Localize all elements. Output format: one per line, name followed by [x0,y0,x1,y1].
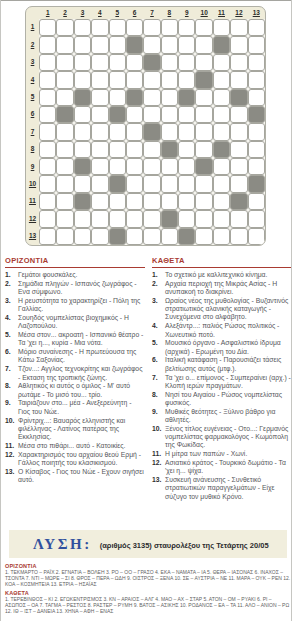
grid-cell[interactable] [230,158,247,175]
row-label: 9 [31,164,35,171]
across-list: 1.Γεμάτοι φουσκάλες.2.Σημάδια πληγών - Ι… [5,271,145,484]
col-label: 2 [63,10,67,17]
grid-cell[interactable] [195,36,212,53]
grid-cell[interactable] [91,89,108,106]
clue-number: 6. [152,356,165,373]
clue-text: Μουσικό όργανο - Ασφαλιστικό ίδρυμα (αρχ… [165,339,292,356]
clue-number: 2. [152,280,165,297]
grid-cell[interactable] [91,36,108,53]
grid-cell[interactable] [195,123,212,140]
grid-cell[interactable] [56,71,73,88]
clue-text: Ο Κίσαβος - Γιος του Νώε - Εχουν σιγήσει… [18,468,145,485]
grid-cell[interactable] [195,141,212,158]
block-cell [248,175,265,192]
grid-cell[interactable] [39,71,56,88]
grid-cell[interactable] [178,36,195,53]
grid-cell[interactable] [213,123,230,140]
grid-cell[interactable] [230,141,247,158]
grid-cell[interactable] [213,193,230,210]
block-cell [213,141,230,158]
grid-cell[interactable] [178,210,195,227]
grid-cell[interactable] [56,54,73,71]
grid-cell[interactable] [143,158,160,175]
col-label: 11 [218,10,225,17]
grid-cell[interactable] [161,123,178,140]
grid-cell[interactable] [74,19,91,36]
block-cell [143,123,160,140]
clue-number: 7. [5,365,18,382]
grid-cell[interactable] [230,175,247,192]
grid-cell[interactable] [195,19,212,36]
col-label: 13 [253,10,260,17]
col-label: 6 [133,10,137,17]
clue-text: Ασιατικό κράτος - Τουρκικό δωμάτιο - Τα … [165,459,292,476]
solution-down-text: 1. ΤΕΡΕΒΙΝΘΟΣ – ΚΙ 2. ΕΓΩΚΕΝΤΡΙΣΜΟΣ 3. Κ… [5,597,291,615]
clue-number: 13. [152,476,165,501]
grid-cell[interactable] [56,158,73,175]
row-label: 13 [29,233,36,240]
clue-number: 5. [5,331,18,348]
grid-cell[interactable] [39,141,56,158]
clue-item: 8.Νησί του Αιγαίου - Ρώσος νομπελίστας φ… [152,391,292,408]
row-label: 11 [29,198,36,205]
block-cell [161,210,178,227]
grid-cell[interactable] [74,54,91,71]
grid-cell[interactable] [230,54,247,71]
clue-text: Μέσα στον... ακροατή - Ισπανικό θέατρο -… [18,331,145,348]
grid-cell[interactable] [126,71,143,88]
grid-cell[interactable] [230,228,247,245]
row-labels: 12345678910111213 [26,19,39,245]
clue-text: Η ρευστότητα το χαρακτηρίζει - Πόλη της … [18,297,145,314]
block-cell [126,89,143,106]
clue-text: Μόριο συναίνεσης - Η πρωτεύουσα της Κάτω… [18,348,145,365]
grid-cell[interactable] [213,175,230,192]
grid-cell[interactable] [56,141,73,158]
clue-number: 4. [5,314,18,331]
clue-text: Αλεξάντρ...: παλιός Ρώσος πολιτικός - Χω… [165,322,292,339]
crossword-board: 12345678910111213 12345678910111213 [25,6,266,246]
grid-cell[interactable] [195,228,212,245]
col-label: 4 [98,10,102,17]
clue-text: Ξένος τίτλος ευγένειας - Οτο...: Γερμανό… [165,425,292,450]
clue-number: 3. [5,297,18,314]
clue-number: 12. [5,451,18,468]
clue-text: Αθλητικός κι αυτός ο όμιλος - Μ' αυτό ρω… [18,382,145,399]
clue-number: 10. [5,417,18,442]
grid-cell[interactable] [74,71,91,88]
board-corner [26,7,39,19]
clue-item: 10.Ξένος τίτλος ευγένειας - Οτο...: Γερμ… [152,425,292,450]
clue-item: 1.Το σχετικό με καλλιτεχνικό κίνημα. [152,271,292,279]
grid-cell[interactable] [248,141,265,158]
grid-cell[interactable] [195,193,212,210]
clue-text: Η μίτρα των παπών - Χωνί. [165,450,292,458]
block-cell [74,89,91,106]
grid-cell[interactable] [126,54,143,71]
clues-section: ΟΡΙΖΟΝΤΙΑ 1.Γεμάτοι φουσκάλες.2.Σημάδια … [5,256,292,502]
clue-number: 5. [152,339,165,356]
col-label: 7 [150,10,154,17]
grid-cell[interactable] [248,54,265,71]
block-cell [195,158,212,175]
grid-cell[interactable] [109,158,126,175]
grid-cell[interactable] [74,141,91,158]
clue-number: 10. [152,425,165,450]
grid-cell[interactable] [91,106,108,123]
grid-cell[interactable] [126,123,143,140]
clue-text: Φρίντριχ...: Βαυαρός ελληνιστής και φιλέ… [18,417,145,442]
clue-item: 13.Ο Κίσαβος - Γιος του Νώε - Εχουν σιγή… [5,468,145,485]
row-label: 5 [31,94,35,101]
clue-text: Σημάδια πληγών - Ισπανός ζωγράφος - Ενα … [18,280,145,297]
block-cell [248,106,265,123]
block-cell [74,158,91,175]
clue-text: Ωραίος νέος της μυθολογίας - Βυζαντινός … [165,297,292,322]
across-column: ΟΡΙΖΟΝΤΙΑ 1.Γεμάτοι φουσκάλες.2.Σημάδια … [5,256,145,502]
crossword-grid [39,19,265,245]
clue-text: Αρχαία περιοχή της Μικράς Ασίας - Η ανυπ… [165,280,292,297]
grid-cell[interactable] [161,175,178,192]
grid-cell[interactable] [230,36,247,53]
grid-cell[interactable] [230,210,247,227]
grid-cell[interactable] [126,210,143,227]
grid-cell[interactable] [91,193,108,210]
grid-cell[interactable] [178,106,195,123]
grid-cell[interactable] [91,123,108,140]
grid-cell[interactable] [126,228,143,245]
col-label: 10 [201,10,208,17]
grid-cell[interactable] [161,228,178,245]
grid-cell[interactable] [39,158,56,175]
grid-cell[interactable] [109,193,126,210]
grid-cell[interactable] [161,71,178,88]
row-label: 1 [31,24,35,31]
clue-item: 9.Μυθικές θεότητες - Ξύλινο βάθρο για αθ… [152,408,292,425]
grid-cell[interactable] [230,71,247,88]
grid-cell[interactable] [195,210,212,227]
grid-cell[interactable] [39,89,56,106]
grid-cell[interactable] [39,36,56,53]
grid-cell[interactable] [74,228,91,245]
clue-item: 4.Αλεξάντρ...: παλιός Ρώσος πολιτικός - … [152,322,292,339]
grid-cell[interactable] [109,54,126,71]
grid-cell[interactable] [39,228,56,245]
grid-cell[interactable] [161,158,178,175]
row-label: 3 [31,59,35,66]
solution-section: ΟΡΙΖΟΝΤΙΑ 1. ΤΕΚΜΑΡΤΟ – ΡΑΪΧ 2. ΕΓΝΑΤΙΑ … [5,562,291,616]
grid-cell[interactable] [213,106,230,123]
grid-cell[interactable] [248,36,265,53]
block-cell [178,228,195,245]
across-heading: ΟΡΙΖΟΝΤΙΑ [5,256,145,268]
grid-cell[interactable] [248,123,265,140]
grid-cell[interactable] [39,54,56,71]
clue-text: Μέσα στο πιθάρι... αυτό - Κατοικίες. [18,442,145,450]
crossword-page: 12345678910111213 12345678910111213 ΟΡΙΖ… [0,0,292,621]
block-cell [230,193,247,210]
grid-cell[interactable] [213,158,230,175]
grid-cell[interactable] [56,193,73,210]
clue-number: 1. [152,271,165,279]
block-cell [74,193,91,210]
grid-cell[interactable] [126,141,143,158]
grid-cell[interactable] [248,193,265,210]
clue-item: 3.Η ρευστότητα το χαρακτηρίζει - Πόλη τη… [5,297,145,314]
solution-info: (αριθμός 3135) σταυρολέξου της Τετάρτης … [100,539,269,550]
grid-cell[interactable] [109,141,126,158]
grid-cell[interactable] [178,175,195,192]
clue-number: 6. [5,348,18,365]
grid-cell[interactable] [56,175,73,192]
grid-cell[interactable] [143,210,160,227]
grid-cell[interactable] [39,106,56,123]
grid-cell[interactable] [143,228,160,245]
grid-cell[interactable] [109,19,126,36]
clue-number: 9. [5,399,18,416]
clue-text: Μυθικές θεότητες - Ξύλινο βάθρο για αθλη… [165,408,292,425]
grid-cell[interactable] [109,123,126,140]
grid-cell[interactable] [143,193,160,210]
grid-cell[interactable] [56,210,73,227]
row-label: 8 [31,146,35,153]
grid-cell[interactable] [178,71,195,88]
grid-cell[interactable] [109,210,126,227]
clue-text: Τα 'χει ο... επίμονος - Συμπεραίνει (αρχ… [165,374,292,391]
solution-bar: ΛΥΣΗ: (αριθμός 3135) σταυρολέξου της Τετ… [9,530,287,558]
clue-item: 5.Μέσα στον... ακροατή - Ισπανικό θέατρο… [5,331,145,348]
grid-cell[interactable] [126,19,143,36]
col-label: 8 [168,10,172,17]
grid-cell[interactable] [143,89,160,106]
grid-cell[interactable] [91,19,108,36]
col-label: 12 [235,10,242,17]
clue-text: Συσκευή ανάνευσης - Συνθετικό στρατιωτικ… [165,476,292,501]
grid-cell[interactable] [56,123,73,140]
clue-text: Τζον...: Αγγλος τεχνοκρίτης και ζωγράφος… [18,365,145,382]
down-list: 1.Το σχετικό με καλλιτεχνικό κίνημα.2.Αρ… [152,271,292,501]
grid-cell[interactable] [91,210,108,227]
clue-number: 8. [5,382,18,399]
clue-item: 1.Γεμάτοι φουσκάλες. [5,271,145,279]
clue-item: 12.Χαρακτηρισμός του αρχαίου θεού Ερμή -… [5,451,145,468]
grid-cell[interactable] [178,193,195,210]
grid-cell[interactable] [213,19,230,36]
grid-cell[interactable] [161,193,178,210]
grid-cell[interactable] [56,36,73,53]
grid-cell[interactable] [91,158,108,175]
block-cell [213,36,230,53]
solution-label: ΛΥΣΗ: [33,536,92,553]
grid-cell[interactable] [74,106,91,123]
row-label: 4 [31,77,35,84]
col-label: 5 [115,10,119,17]
clue-number: 9. [152,408,165,425]
grid-cell[interactable] [213,54,230,71]
clue-item: 11.Η μίτρα των παπών - Χωνί. [152,450,292,458]
grid-cell[interactable] [109,71,126,88]
clue-item: 5.Μουσικό όργανο - Ασφαλιστικό ίδρυμα (α… [152,339,292,356]
block-cell [109,228,126,245]
grid-cell[interactable] [213,210,230,227]
grid-cell[interactable] [126,106,143,123]
clue-item: 6.Μόριο συναίνεσης - Η πρωτεύουσα της Κά… [5,348,145,365]
grid-cell[interactable] [178,54,195,71]
block-cell [109,175,126,192]
col-label: 1 [46,10,50,17]
clue-item: 2.Αρχαία περιοχή της Μικράς Ασίας - Η αν… [152,280,292,297]
grid-cell[interactable] [248,158,265,175]
row-label: 10 [29,181,36,188]
clue-text: Σουηδός νομπελίστας βιοχημικός - Η Λαζοπ… [18,314,145,331]
clue-number: 2. [5,280,18,297]
row-label: 7 [31,129,35,136]
clue-item: 12.Ασιατικό κράτος - Τουρκικό δωμάτιο - … [152,459,292,476]
grid-cell[interactable] [230,123,247,140]
grid-cell[interactable] [161,54,178,71]
grid-cell[interactable] [213,89,230,106]
grid-cell[interactable] [143,36,160,53]
grid-cell[interactable] [178,158,195,175]
clue-number: 4. [152,322,165,339]
clue-item: 13.Συσκευή ανάνευσης - Συνθετικό στρατιω… [152,476,292,501]
solution-across-text: 1. ΤΕΚΜΑΡΤΟ – ΡΑΪΧ 2. ΕΓΝΑΤΙΑ – ΒΟΛΕΗ 3.… [5,570,291,588]
block-cell [143,54,160,71]
grid-cell[interactable] [195,175,212,192]
clue-item: 3.Ωραίος νέος της μυθολογίας - Βυζαντινό… [152,297,292,322]
grid-cell[interactable] [178,19,195,36]
grid-cell[interactable] [39,175,56,192]
grid-cell[interactable] [143,175,160,192]
grid-cell[interactable] [56,228,73,245]
grid-cell[interactable] [74,36,91,53]
clue-text: Ιταλική κατάφαση - Παρουσιάζει τάσεις βε… [165,356,292,373]
grid-cell[interactable] [161,36,178,53]
grid-cell[interactable] [91,175,108,192]
clue-number: 1. [5,271,18,279]
block-cell [56,106,73,123]
down-heading: ΚΑΘΕΤΑ [152,256,292,268]
clue-text: Το σχετικό με καλλιτεχνικό κίνημα. [165,271,292,279]
grid-cell[interactable] [39,193,56,210]
grid-cell[interactable] [91,141,108,158]
clue-number: 3. [152,297,165,322]
clue-number: 12. [152,459,165,476]
clue-item: 4.Σουηδός νομπελίστας βιοχημικός - Η Λαζ… [5,314,145,331]
top-rule [1,0,291,1]
row-label: 6 [31,111,35,118]
grid-cell[interactable] [39,19,56,36]
col-label: 9 [185,10,189,17]
grid-cell[interactable] [91,54,108,71]
grid-cell[interactable] [178,123,195,140]
block-cell [126,36,143,53]
grid-cell[interactable] [213,228,230,245]
block-cell [230,89,247,106]
grid-cell[interactable] [161,106,178,123]
grid-cell[interactable] [195,54,212,71]
grid-cell[interactable] [248,71,265,88]
row-label: 12 [29,216,36,223]
col-label: 3 [81,10,85,17]
clue-text: Γεμάτοι φουσκάλες. [18,271,145,279]
clue-item: 11.Μέσα στο πιθάρι... αυτό - Κατοικίες. [5,442,145,450]
grid-cell[interactable] [178,141,195,158]
down-column: ΚΑΘΕΤΑ 1.Το σχετικό με καλλιτεχνικό κίνη… [152,256,292,502]
grid-cell[interactable] [143,141,160,158]
grid-cell[interactable] [248,228,265,245]
clue-item: 2.Σημάδια πληγών - Ισπανός ζωγράφος - Εν… [5,280,145,297]
grid-cell[interactable] [56,19,73,36]
clue-item: 8.Αθλητικός κι αυτός ο όμιλος - Μ' αυτό … [5,382,145,399]
block-cell [109,106,126,123]
grid-cell[interactable] [74,210,91,227]
clue-text: Νησί του Αιγαίου - Ρώσος νομπελίστας φυσ… [165,391,292,408]
col-labels: 12345678910111213 [39,7,265,19]
grid-cell[interactable] [109,89,126,106]
grid-cell[interactable] [126,158,143,175]
clue-number: 11. [152,450,165,458]
clue-item: 10.Φρίντριχ...: Βαυαρός ελληνιστής και φ… [5,417,145,442]
grid-cell[interactable] [248,210,265,227]
grid-cell[interactable] [143,19,160,36]
clue-text: Χαρακτηρισμός του αρχαίου θεού Ερμή - Γά… [18,451,145,468]
clue-number: 13. [5,468,18,485]
grid-cell[interactable] [161,89,178,106]
block-cell [195,71,212,88]
grid-cell[interactable] [91,71,108,88]
grid-cell[interactable] [39,210,56,227]
grid-cell[interactable] [143,106,160,123]
grid-cell[interactable] [213,71,230,88]
grid-cell[interactable] [126,175,143,192]
clue-number: 8. [152,391,165,408]
row-label: 2 [31,42,35,49]
grid-cell[interactable] [56,89,73,106]
clue-item: 7.Τζον...: Αγγλος τεχνοκρίτης και ζωγράφ… [5,365,145,382]
block-cell [178,89,195,106]
clue-item: 7.Τα 'χει ο... επίμονος - Συμπεραίνει (α… [152,374,292,391]
clue-text: Ταιριάζουν στο... μέα - Ανεξερεύνητη - Γ… [18,399,145,416]
solution-down-heading: ΚΑΘΕΤΑ [5,590,291,596]
grid-cell[interactable] [74,123,91,140]
grid-cell[interactable] [195,106,212,123]
grid-cell[interactable] [109,36,126,53]
grid-cell[interactable] [91,228,108,245]
grid-cell[interactable] [126,193,143,210]
block-cell [161,141,178,158]
clue-item: 6.Ιταλική κατάφαση - Παρουσιάζει τάσεις … [152,356,292,373]
grid-cell[interactable] [195,89,212,106]
grid-cell[interactable] [74,175,91,192]
grid-cell[interactable] [248,19,265,36]
grid-cell[interactable] [161,19,178,36]
grid-cell[interactable] [143,71,160,88]
clue-number: 11. [5,442,18,450]
grid-cell[interactable] [39,123,56,140]
grid-cell[interactable] [248,89,265,106]
grid-cell[interactable] [230,106,247,123]
clue-item: 9.Ταιριάζουν στο... μέα - Ανεξερεύνητη -… [5,399,145,416]
grid-cell[interactable] [230,19,247,36]
clue-number: 7. [152,374,165,391]
